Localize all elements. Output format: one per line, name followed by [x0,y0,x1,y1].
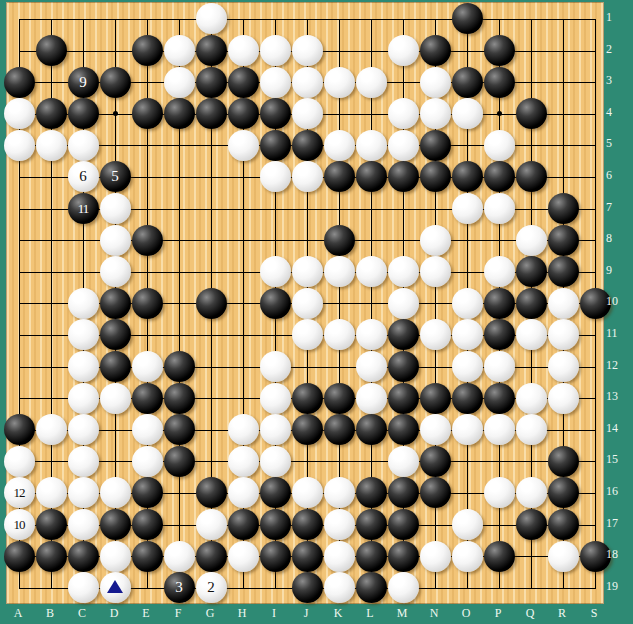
white-stone-N18[interactable] [419,540,451,572]
white-stone-D16[interactable] [99,477,131,509]
black-stone-E4[interactable] [131,98,163,130]
black-stone-G2[interactable] [195,35,227,67]
black-stone-K6[interactable] [323,161,355,193]
black-stone-N6[interactable] [419,161,451,193]
white-stone-O12[interactable] [451,351,483,383]
black-stone-I10[interactable] [259,288,291,320]
row-label-7: 7 [606,200,632,215]
white-stone-M10[interactable] [387,288,419,320]
white-stone-K16[interactable] [323,477,355,509]
black-stone-F4[interactable] [163,98,195,130]
black-stone-R15[interactable] [547,446,579,478]
black-stone-Q9[interactable] [515,256,547,288]
white-stone-D9[interactable] [99,256,131,288]
column-label-J: J [296,606,316,621]
black-stone-F19[interactable]: 3 [163,572,195,604]
black-stone-P13[interactable] [483,382,515,414]
move-number-label: 5 [111,169,119,184]
column-label-P: P [488,606,508,621]
black-stone-A3[interactable] [3,66,35,98]
column-label-Q: Q [520,606,540,621]
white-stone-H14[interactable] [227,414,259,446]
black-stone-K13[interactable] [323,382,355,414]
white-stone-Q8[interactable] [515,224,547,256]
white-stone-J3[interactable] [291,66,323,98]
white-stone-C5[interactable] [67,130,99,162]
white-stone-F2[interactable] [163,35,195,67]
black-stone-Q6[interactable] [515,161,547,193]
black-stone-H4[interactable] [227,98,259,130]
white-stone-C12[interactable] [67,351,99,383]
black-stone-M14[interactable] [387,414,419,446]
black-stone-C3[interactable]: 9 [67,66,99,98]
triangle-marker [107,580,123,593]
white-stone-N3[interactable] [419,66,451,98]
white-stone-A16[interactable]: 12 [3,477,35,509]
white-stone-O17[interactable] [451,509,483,541]
white-stone-D8[interactable] [99,224,131,256]
black-stone-Q4[interactable] [515,98,547,130]
black-stone-M18[interactable] [387,540,419,572]
row-label-14: 14 [606,421,632,436]
white-stone-E12[interactable] [131,351,163,383]
column-label-A: A [8,606,28,621]
white-stone-O18[interactable] [451,540,483,572]
row-label-19: 19 [606,579,632,594]
black-stone-B4[interactable] [35,98,67,130]
white-stone-B5[interactable] [35,130,67,162]
column-label-E: E [136,606,156,621]
white-stone-I13[interactable] [259,382,291,414]
black-stone-G4[interactable] [195,98,227,130]
white-stone-J11[interactable] [291,319,323,351]
white-stone-L3[interactable] [355,66,387,98]
black-stone-O13[interactable] [451,382,483,414]
black-stone-I4[interactable] [259,98,291,130]
black-stone-K8[interactable] [323,224,355,256]
white-stone-H18[interactable] [227,540,259,572]
black-stone-G16[interactable] [195,477,227,509]
column-label-G: G [200,606,220,621]
black-stone-D10[interactable] [99,288,131,320]
row-label-3: 3 [606,73,632,88]
black-stone-M13[interactable] [387,382,419,414]
white-stone-K5[interactable] [323,130,355,162]
white-stone-R18[interactable] [547,540,579,572]
white-stone-N11[interactable] [419,319,451,351]
black-stone-N5[interactable] [419,130,451,162]
row-label-15: 15 [606,452,632,467]
white-stone-L13[interactable] [355,382,387,414]
black-stone-L17[interactable] [355,509,387,541]
white-stone-G19[interactable]: 2 [195,572,227,604]
row-label-18: 18 [606,547,632,562]
white-stone-B16[interactable] [35,477,67,509]
go-board[interactable]: 96511121032 [6,2,604,604]
move-number-label: 11 [78,202,89,215]
column-label-S: S [584,606,604,621]
black-stone-R8[interactable] [547,224,579,256]
white-stone-O14[interactable] [451,414,483,446]
move-number-label: 9 [79,75,87,90]
black-stone-N16[interactable] [419,477,451,509]
white-stone-M19[interactable] [387,572,419,604]
black-stone-F14[interactable] [163,414,195,446]
row-label-9: 9 [606,263,632,278]
white-stone-B14[interactable] [35,414,67,446]
white-stone-J10[interactable] [291,288,323,320]
black-stone-E2[interactable] [131,35,163,67]
white-stone-A5[interactable] [3,130,35,162]
white-stone-K18[interactable] [323,540,355,572]
column-label-N: N [424,606,444,621]
white-stone-L5[interactable] [355,130,387,162]
white-stone-F3[interactable] [163,66,195,98]
black-stone-E13[interactable] [131,382,163,414]
white-stone-I6[interactable] [259,161,291,193]
column-label-M: M [392,606,412,621]
black-stone-H3[interactable] [227,66,259,98]
black-stone-I17[interactable] [259,509,291,541]
move-number-label: 3 [175,580,183,595]
white-stone-M2[interactable] [387,35,419,67]
black-stone-P18[interactable] [483,540,515,572]
white-stone-M5[interactable] [387,130,419,162]
black-stone-B18[interactable] [35,540,67,572]
black-stone-J5[interactable] [291,130,323,162]
column-label-R: R [552,606,572,621]
black-stone-J13[interactable] [291,382,323,414]
white-stone-P7[interactable] [483,193,515,225]
black-stone-L16[interactable] [355,477,387,509]
column-label-B: B [40,606,60,621]
white-stone-Q16[interactable] [515,477,547,509]
black-stone-J19[interactable] [291,572,323,604]
black-stone-L14[interactable] [355,414,387,446]
white-stone-K3[interactable] [323,66,355,98]
white-stone-A17[interactable]: 10 [3,509,35,541]
black-stone-D17[interactable] [99,509,131,541]
go-board-stones: 96511121032 [3,3,611,603]
white-stone-A15[interactable] [3,446,35,478]
white-stone-J4[interactable] [291,98,323,130]
black-stone-B17[interactable] [35,509,67,541]
black-stone-H17[interactable] [227,509,259,541]
white-stone-F18[interactable] [163,540,195,572]
black-stone-O3[interactable] [451,66,483,98]
white-stone-I2[interactable] [259,35,291,67]
black-stone-R16[interactable] [547,477,579,509]
black-stone-L19[interactable] [355,572,387,604]
black-stone-J17[interactable] [291,509,323,541]
column-label-C: C [72,606,92,621]
column-label-I: I [264,606,284,621]
black-stone-P6[interactable] [483,161,515,193]
black-stone-G18[interactable] [195,540,227,572]
white-stone-C14[interactable] [67,414,99,446]
white-stone-O11[interactable] [451,319,483,351]
black-stone-D11[interactable] [99,319,131,351]
move-number-label: 10 [14,518,25,531]
black-stone-L6[interactable] [355,161,387,193]
white-stone-N8[interactable] [419,224,451,256]
black-stone-I5[interactable] [259,130,291,162]
black-stone-D3[interactable] [99,66,131,98]
black-stone-M12[interactable] [387,351,419,383]
white-stone-D13[interactable] [99,382,131,414]
black-stone-F15[interactable] [163,446,195,478]
white-stone-L12[interactable] [355,351,387,383]
white-stone-R13[interactable] [547,382,579,414]
row-label-12: 12 [606,358,632,373]
white-stone-D18[interactable] [99,540,131,572]
white-stone-N4[interactable] [419,98,451,130]
column-label-L: L [360,606,380,621]
black-stone-C7[interactable]: 11 [67,193,99,225]
white-stone-I12[interactable] [259,351,291,383]
white-stone-O4[interactable] [451,98,483,130]
white-stone-I3[interactable] [259,66,291,98]
black-stone-E17[interactable] [131,509,163,541]
black-stone-P2[interactable] [483,35,515,67]
black-stone-J14[interactable] [291,414,323,446]
column-label-H: H [232,606,252,621]
row-label-4: 4 [606,105,632,120]
row-label-13: 13 [606,389,632,404]
black-stone-R7[interactable] [547,193,579,225]
white-stone-G1[interactable] [195,3,227,35]
black-stone-G3[interactable] [195,66,227,98]
row-label-11: 11 [606,326,632,341]
white-stone-N9[interactable] [419,256,451,288]
black-stone-C18[interactable] [67,540,99,572]
move-number-label: 12 [14,486,25,499]
column-label-F: F [168,606,188,621]
black-stone-Q10[interactable] [515,288,547,320]
white-stone-C10[interactable] [67,288,99,320]
white-stone-C19[interactable] [67,572,99,604]
black-stone-N13[interactable] [419,382,451,414]
white-stone-O7[interactable] [451,193,483,225]
white-stone-Q13[interactable] [515,382,547,414]
black-stone-F12[interactable] [163,351,195,383]
black-stone-E18[interactable] [131,540,163,572]
white-stone-E15[interactable] [131,446,163,478]
column-label-D: D [104,606,124,621]
white-stone-C11[interactable] [67,319,99,351]
black-stone-B2[interactable] [35,35,67,67]
white-stone-P5[interactable] [483,130,515,162]
black-stone-N2[interactable] [419,35,451,67]
white-stone-E14[interactable] [131,414,163,446]
row-label-17: 17 [606,516,632,531]
black-stone-M6[interactable] [387,161,419,193]
black-stone-F13[interactable] [163,382,195,414]
black-stone-M11[interactable] [387,319,419,351]
white-stone-L9[interactable] [355,256,387,288]
white-stone-J16[interactable] [291,477,323,509]
white-stone-M15[interactable] [387,446,419,478]
black-stone-I18[interactable] [259,540,291,572]
white-stone-H15[interactable] [227,446,259,478]
black-stone-E16[interactable] [131,477,163,509]
white-stone-H2[interactable] [227,35,259,67]
row-label-5: 5 [606,136,632,151]
black-stone-M17[interactable] [387,509,419,541]
white-stone-C15[interactable] [67,446,99,478]
move-number-label: 6 [79,169,87,184]
black-stone-O6[interactable] [451,161,483,193]
row-label-1: 1 [606,10,632,25]
white-stone-M9[interactable] [387,256,419,288]
white-stone-Q14[interactable] [515,414,547,446]
row-label-2: 2 [606,42,632,57]
black-stone-L18[interactable] [355,540,387,572]
white-stone-M4[interactable] [387,98,419,130]
white-stone-J2[interactable] [291,35,323,67]
white-stone-Q11[interactable] [515,319,547,351]
black-stone-E8[interactable] [131,224,163,256]
white-stone-R10[interactable] [547,288,579,320]
white-stone-J6[interactable] [291,161,323,193]
black-stone-P11[interactable] [483,319,515,351]
white-stone-D19[interactable] [99,572,131,604]
white-stone-P12[interactable] [483,351,515,383]
white-stone-P9[interactable] [483,256,515,288]
white-stone-C6[interactable]: 6 [67,161,99,193]
white-stone-C13[interactable] [67,382,99,414]
black-stone-D6[interactable]: 5 [99,161,131,193]
white-stone-R12[interactable] [547,351,579,383]
black-stone-E10[interactable] [131,288,163,320]
white-stone-D7[interactable] [99,193,131,225]
row-label-8: 8 [606,231,632,246]
black-stone-C4[interactable] [67,98,99,130]
black-stone-D12[interactable] [99,351,131,383]
white-stone-K9[interactable] [323,256,355,288]
white-stone-H5[interactable] [227,130,259,162]
white-stone-K19[interactable] [323,572,355,604]
black-stone-K14[interactable] [323,414,355,446]
black-stone-Q17[interactable] [515,509,547,541]
white-stone-K17[interactable] [323,509,355,541]
column-label-O: O [456,606,476,621]
black-stone-M16[interactable] [387,477,419,509]
white-stone-L11[interactable] [355,319,387,351]
black-stone-P3[interactable] [483,66,515,98]
black-stone-A14[interactable] [3,414,35,446]
black-stone-I16[interactable] [259,477,291,509]
row-label-16: 16 [606,484,632,499]
row-label-10: 10 [606,294,632,309]
black-stone-O1[interactable] [451,3,483,35]
white-stone-K11[interactable] [323,319,355,351]
white-stone-C16[interactable] [67,477,99,509]
white-stone-J9[interactable] [291,256,323,288]
black-stone-R17[interactable] [547,509,579,541]
white-stone-O10[interactable] [451,288,483,320]
white-stone-G17[interactable] [195,509,227,541]
column-label-K: K [328,606,348,621]
white-stone-I15[interactable] [259,446,291,478]
black-stone-A18[interactable] [3,540,35,572]
black-stone-G10[interactable] [195,288,227,320]
white-stone-H16[interactable] [227,477,259,509]
black-stone-J18[interactable] [291,540,323,572]
move-number-label: 2 [207,580,215,595]
white-stone-I14[interactable] [259,414,291,446]
white-stone-I9[interactable] [259,256,291,288]
black-stone-P10[interactable] [483,288,515,320]
black-stone-R9[interactable] [547,256,579,288]
white-stone-P16[interactable] [483,477,515,509]
white-stone-P14[interactable] [483,414,515,446]
white-stone-C17[interactable] [67,509,99,541]
row-label-6: 6 [606,168,632,183]
white-stone-A4[interactable] [3,98,35,130]
white-stone-R11[interactable] [547,319,579,351]
black-stone-N15[interactable] [419,446,451,478]
white-stone-N14[interactable] [419,414,451,446]
